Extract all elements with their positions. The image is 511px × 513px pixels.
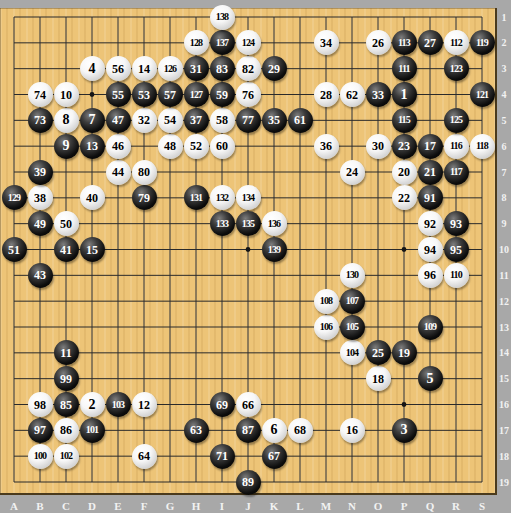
stone-white-136-K9[interactable]: 136 bbox=[262, 211, 287, 236]
stone-black-23-P6[interactable]: 23 bbox=[392, 134, 417, 159]
col-label-R: R bbox=[447, 499, 465, 513]
stone-white-82-J3[interactable]: 82 bbox=[236, 56, 261, 81]
row-label-15: 15 bbox=[497, 372, 511, 385]
row-label-18: 18 bbox=[497, 450, 511, 463]
stone-white-28-M4[interactable]: 28 bbox=[314, 82, 339, 107]
stone-white-26-O2[interactable]: 26 bbox=[366, 30, 391, 55]
stone-black-95-R10[interactable]: 95 bbox=[444, 237, 469, 262]
stone-black-85-C16[interactable]: 85 bbox=[54, 392, 79, 417]
col-label-K: K bbox=[265, 499, 283, 513]
stone-black-55-E4[interactable]: 55 bbox=[106, 82, 131, 107]
stone-white-116-R6[interactable]: 116 bbox=[444, 134, 469, 159]
stone-black-121-S4[interactable]: 121 bbox=[470, 82, 495, 107]
stone-black-109-Q13[interactable]: 109 bbox=[418, 315, 443, 340]
stone-black-79-F8[interactable]: 79 bbox=[132, 185, 157, 210]
stone-black-37-H5[interactable]: 37 bbox=[184, 108, 209, 133]
col-label-S: S bbox=[473, 499, 491, 513]
col-label-H: H bbox=[187, 499, 205, 513]
stone-black-73-B5[interactable]: 73 bbox=[28, 108, 53, 133]
stone-black-67-K18[interactable]: 67 bbox=[262, 444, 287, 469]
stone-black-113-P2[interactable]: 113 bbox=[392, 30, 417, 55]
stone-black-133-I9[interactable]: 133 bbox=[210, 211, 235, 236]
stone-white-94-Q10[interactable]: 94 bbox=[418, 237, 443, 262]
stone-white-80-F7[interactable]: 80 bbox=[132, 160, 157, 185]
stone-black-19-P14[interactable]: 19 bbox=[392, 340, 417, 365]
stone-black-137-I2[interactable]: 137 bbox=[210, 30, 235, 55]
stone-black-21-Q7[interactable]: 21 bbox=[418, 160, 443, 185]
stone-black-49-B9[interactable]: 49 bbox=[28, 211, 53, 236]
row-label-4: 4 bbox=[497, 88, 511, 101]
stone-black-77-J5[interactable]: 77 bbox=[236, 108, 261, 133]
stone-black-107-N12[interactable]: 107 bbox=[340, 289, 365, 314]
stone-black-71-I18[interactable]: 71 bbox=[210, 444, 235, 469]
col-label-N: N bbox=[343, 499, 361, 513]
stone-white-104-N14[interactable]: 104 bbox=[340, 340, 365, 365]
stone-white-44-E7[interactable]: 44 bbox=[106, 160, 131, 185]
stone-black-29-K3[interactable]: 29 bbox=[262, 56, 287, 81]
stone-white-112-R2[interactable]: 112 bbox=[444, 30, 469, 55]
stone-black-27-Q2[interactable]: 27 bbox=[418, 30, 443, 55]
stone-black-87-J17[interactable]: 87 bbox=[236, 418, 261, 443]
stone-white-8-C5[interactable]: 8 bbox=[54, 108, 79, 133]
stone-black-111-P3[interactable]: 111 bbox=[392, 56, 417, 81]
stone-black-1-P4[interactable]: 1 bbox=[392, 82, 417, 107]
row-label-17: 17 bbox=[497, 424, 511, 437]
stone-white-12-F16[interactable]: 12 bbox=[132, 392, 157, 417]
stone-black-89-J19[interactable]: 89 bbox=[236, 470, 261, 495]
stone-white-30-O6[interactable]: 30 bbox=[366, 134, 391, 159]
stone-white-118-S6[interactable]: 118 bbox=[470, 134, 495, 159]
col-label-Q: Q bbox=[421, 499, 439, 513]
col-label-D: D bbox=[83, 499, 101, 513]
stone-black-39-B7[interactable]: 39 bbox=[28, 160, 53, 185]
stone-black-15-D10[interactable]: 15 bbox=[80, 237, 105, 262]
stone-black-43-B11[interactable]: 43 bbox=[28, 263, 53, 288]
stone-white-100-B18[interactable]: 100 bbox=[28, 444, 53, 469]
col-label-B: B bbox=[31, 499, 49, 513]
stone-black-131-H8[interactable]: 131 bbox=[184, 185, 209, 210]
row-label-9: 9 bbox=[497, 217, 511, 230]
stone-black-103-E16[interactable]: 103 bbox=[106, 392, 131, 417]
row-label-10: 10 bbox=[497, 243, 511, 256]
stone-white-22-P8[interactable]: 22 bbox=[392, 185, 417, 210]
stone-black-69-I16[interactable]: 69 bbox=[210, 392, 235, 417]
stone-black-91-Q8[interactable]: 91 bbox=[418, 185, 443, 210]
stone-black-117-R7[interactable]: 117 bbox=[444, 160, 469, 185]
row-label-1: 1 bbox=[497, 11, 511, 24]
stone-black-11-C14[interactable]: 11 bbox=[54, 340, 79, 365]
stone-white-110-R11[interactable]: 110 bbox=[444, 263, 469, 288]
stone-black-83-I3[interactable]: 83 bbox=[210, 56, 235, 81]
stone-black-17-Q6[interactable]: 17 bbox=[418, 134, 443, 159]
stone-white-36-M6[interactable]: 36 bbox=[314, 134, 339, 159]
stone-white-46-E6[interactable]: 46 bbox=[106, 134, 131, 159]
row-label-11: 11 bbox=[497, 269, 511, 282]
row-label-2: 2 bbox=[497, 36, 511, 49]
row-label-6: 6 bbox=[497, 140, 511, 153]
col-label-J: J bbox=[239, 499, 257, 513]
col-label-O: O bbox=[369, 499, 387, 513]
stone-white-86-C17[interactable]: 86 bbox=[54, 418, 79, 443]
col-label-F: F bbox=[135, 499, 153, 513]
stone-black-139-K10[interactable]: 139 bbox=[262, 237, 287, 262]
stone-white-60-I6[interactable]: 60 bbox=[210, 134, 235, 159]
stone-white-74-B4[interactable]: 74 bbox=[28, 82, 53, 107]
stone-black-97-B17[interactable]: 97 bbox=[28, 418, 53, 443]
stone-white-58-I5[interactable]: 58 bbox=[210, 108, 235, 133]
col-label-L: L bbox=[291, 499, 309, 513]
stone-black-135-J9[interactable]: 135 bbox=[236, 211, 261, 236]
stone-black-9-C6[interactable]: 9 bbox=[54, 134, 79, 159]
stone-white-48-G6[interactable]: 48 bbox=[158, 134, 183, 159]
col-label-G: G bbox=[161, 499, 179, 513]
stone-white-18-O15[interactable]: 18 bbox=[366, 366, 391, 391]
stone-white-62-N4[interactable]: 62 bbox=[340, 82, 365, 107]
stone-white-56-E3[interactable]: 56 bbox=[106, 56, 131, 81]
stone-black-123-R3[interactable]: 123 bbox=[444, 56, 469, 81]
stone-black-3-P17[interactable]: 3 bbox=[392, 418, 417, 443]
stone-white-64-F18[interactable]: 64 bbox=[132, 444, 157, 469]
stone-white-68-L17[interactable]: 68 bbox=[288, 418, 313, 443]
row-label-3: 3 bbox=[497, 62, 511, 75]
stone-black-33-O4[interactable]: 33 bbox=[366, 82, 391, 107]
stone-white-40-D8[interactable]: 40 bbox=[80, 185, 105, 210]
stone-black-31-H3[interactable]: 31 bbox=[184, 56, 209, 81]
stone-black-7-D5[interactable]: 7 bbox=[80, 108, 105, 133]
stone-black-51-A10[interactable]: 51 bbox=[2, 237, 27, 262]
stone-white-108-M12[interactable]: 108 bbox=[314, 289, 339, 314]
row-label-14: 14 bbox=[497, 346, 511, 359]
stone-black-125-R5[interactable]: 125 bbox=[444, 108, 469, 133]
stone-black-99-C15[interactable]: 99 bbox=[54, 366, 79, 391]
stone-white-54-G5[interactable]: 54 bbox=[158, 108, 183, 133]
stone-black-53-F4[interactable]: 53 bbox=[132, 82, 157, 107]
stone-white-128-H2[interactable]: 128 bbox=[184, 30, 209, 55]
stone-black-61-L5[interactable]: 61 bbox=[288, 108, 313, 133]
stone-white-4-D3[interactable]: 4 bbox=[80, 56, 105, 81]
row-label-13: 13 bbox=[497, 321, 511, 334]
col-label-C: C bbox=[57, 499, 75, 513]
row-label-8: 8 bbox=[497, 191, 511, 204]
stone-white-52-H6[interactable]: 52 bbox=[184, 134, 209, 159]
row-label-5: 5 bbox=[497, 114, 511, 127]
stone-white-32-F5[interactable]: 32 bbox=[132, 108, 157, 133]
row-label-7: 7 bbox=[497, 166, 511, 179]
stone-white-38-B8[interactable]: 38 bbox=[28, 185, 53, 210]
stone-white-34-M2[interactable]: 34 bbox=[314, 30, 339, 55]
stone-black-57-G4[interactable]: 57 bbox=[158, 82, 183, 107]
stone-white-102-C18[interactable]: 102 bbox=[54, 444, 79, 469]
stone-white-98-B16[interactable]: 98 bbox=[28, 392, 53, 417]
col-label-I: I bbox=[213, 499, 231, 513]
stone-white-92-Q9[interactable]: 92 bbox=[418, 211, 443, 236]
stone-black-25-O14[interactable]: 25 bbox=[366, 340, 391, 365]
go-game-diagram: 1234567891011121314151617181920212223242… bbox=[0, 0, 511, 513]
stone-black-63-H17[interactable]: 63 bbox=[184, 418, 209, 443]
stone-white-126-G3[interactable]: 126 bbox=[158, 56, 183, 81]
stone-white-96-Q11[interactable]: 96 bbox=[418, 263, 443, 288]
row-label-16: 16 bbox=[497, 398, 511, 411]
col-label-E: E bbox=[109, 499, 127, 513]
stone-black-115-P5[interactable]: 115 bbox=[392, 108, 417, 133]
stone-white-76-J4[interactable]: 76 bbox=[236, 82, 261, 107]
stone-black-127-H4[interactable]: 127 bbox=[184, 82, 209, 107]
stone-white-24-N7[interactable]: 24 bbox=[340, 160, 365, 185]
col-label-M: M bbox=[317, 499, 335, 513]
stone-white-16-N17[interactable]: 16 bbox=[340, 418, 365, 443]
row-label-12: 12 bbox=[497, 295, 511, 308]
stone-black-129-A8[interactable]: 129 bbox=[2, 185, 27, 210]
stone-white-124-J2[interactable]: 124 bbox=[236, 30, 261, 55]
stone-black-93-R9[interactable]: 93 bbox=[444, 211, 469, 236]
col-label-A: A bbox=[5, 499, 23, 513]
stone-black-105-N13[interactable]: 105 bbox=[340, 315, 365, 340]
stone-white-134-J8[interactable]: 134 bbox=[236, 185, 261, 210]
stone-white-138-I1[interactable]: 138 bbox=[210, 5, 235, 30]
stone-white-132-I8[interactable]: 132 bbox=[210, 185, 235, 210]
stone-white-66-J16[interactable]: 66 bbox=[236, 392, 261, 417]
stone-white-130-N11[interactable]: 130 bbox=[340, 263, 365, 288]
stone-white-50-C9[interactable]: 50 bbox=[54, 211, 79, 236]
row-label-19: 19 bbox=[497, 476, 511, 489]
stone-black-59-I4[interactable]: 59 bbox=[210, 82, 235, 107]
stone-white-14-F3[interactable]: 14 bbox=[132, 56, 157, 81]
stone-black-41-C10[interactable]: 41 bbox=[54, 237, 79, 262]
stone-white-10-C4[interactable]: 10 bbox=[54, 82, 79, 107]
col-label-P: P bbox=[395, 499, 413, 513]
stone-black-35-K5[interactable]: 35 bbox=[262, 108, 287, 133]
stone-black-13-D6[interactable]: 13 bbox=[80, 134, 105, 159]
stone-black-119-S2[interactable]: 119 bbox=[470, 30, 495, 55]
stone-white-2-D16[interactable]: 2 bbox=[80, 392, 105, 417]
stone-white-106-M13[interactable]: 106 bbox=[314, 315, 339, 340]
stone-white-6-K17[interactable]: 6 bbox=[262, 418, 287, 443]
stone-black-47-E5[interactable]: 47 bbox=[106, 108, 131, 133]
stone-black-101-D17[interactable]: 101 bbox=[80, 418, 105, 443]
stone-white-20-P7[interactable]: 20 bbox=[392, 160, 417, 185]
stone-black-5-Q15[interactable]: 5 bbox=[418, 366, 443, 391]
